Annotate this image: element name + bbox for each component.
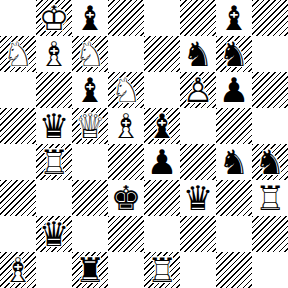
white-bishop-piece: ♗ <box>108 108 144 144</box>
black-knight-piece-backing: ♞ <box>216 36 252 72</box>
black-rook-piece: ♜ <box>72 252 108 288</box>
black-bishop-piece-backing: ♝ <box>144 108 180 144</box>
square-d1[interactable] <box>108 252 144 288</box>
square-e1[interactable]: ♜♖ <box>144 252 180 288</box>
square-e3[interactable] <box>144 180 180 216</box>
square-g6[interactable]: ♟♟ <box>216 72 252 108</box>
square-h5[interactable] <box>252 108 288 144</box>
square-e2[interactable] <box>144 216 180 252</box>
square-d4[interactable] <box>108 144 144 180</box>
square-d8[interactable] <box>108 0 144 36</box>
square-f3[interactable]: ♛♛ <box>180 180 216 216</box>
white-bishop-piece-backing: ♝ <box>108 108 144 144</box>
square-c2[interactable] <box>72 216 108 252</box>
black-knight-piece-backing: ♞ <box>216 144 252 180</box>
square-c6[interactable]: ♝♝ <box>72 72 108 108</box>
black-king-piece: ♚ <box>108 180 144 216</box>
square-g7[interactable]: ♞♞ <box>216 36 252 72</box>
square-f8[interactable] <box>180 0 216 36</box>
black-queen-piece-backing: ♛ <box>36 108 72 144</box>
square-c1[interactable]: ♜♜ <box>72 252 108 288</box>
square-h7[interactable] <box>252 36 288 72</box>
black-pawn-piece-backing: ♟ <box>216 72 252 108</box>
white-knight-piece-backing: ♞ <box>108 72 144 108</box>
white-bishop-piece: ♗ <box>36 36 72 72</box>
square-b8[interactable]: ♚♔ <box>36 0 72 36</box>
square-b4[interactable]: ♜♖ <box>36 144 72 180</box>
white-king-piece: ♔ <box>36 0 72 36</box>
square-a4[interactable] <box>0 144 36 180</box>
square-g2[interactable] <box>216 216 252 252</box>
black-bishop-piece-backing: ♝ <box>72 72 108 108</box>
white-knight-piece: ♘ <box>72 36 108 72</box>
square-g1[interactable] <box>216 252 252 288</box>
square-e6[interactable] <box>144 72 180 108</box>
black-pawn-piece-backing: ♟ <box>144 144 180 180</box>
white-knight-piece: ♘ <box>0 36 36 72</box>
square-a3[interactable] <box>0 180 36 216</box>
square-c3[interactable] <box>72 180 108 216</box>
square-h2[interactable] <box>252 216 288 252</box>
square-g8[interactable]: ♝♝ <box>216 0 252 36</box>
white-queen-piece-backing: ♛ <box>72 108 108 144</box>
white-pawn-piece: ♙ <box>180 72 216 108</box>
square-d6[interactable]: ♞♘ <box>108 72 144 108</box>
black-knight-piece: ♞ <box>180 36 216 72</box>
black-queen-piece-backing: ♛ <box>180 180 216 216</box>
black-king-piece-backing: ♚ <box>108 180 144 216</box>
square-d5[interactable]: ♝♗ <box>108 108 144 144</box>
square-b6[interactable] <box>36 72 72 108</box>
square-a2[interactable] <box>0 216 36 252</box>
square-h3[interactable]: ♜♖ <box>252 180 288 216</box>
square-h8[interactable] <box>252 0 288 36</box>
black-bishop-piece-backing: ♝ <box>72 0 108 36</box>
black-bishop-piece: ♝ <box>72 72 108 108</box>
square-b7[interactable]: ♝♗ <box>36 36 72 72</box>
square-a7[interactable]: ♞♘ <box>0 36 36 72</box>
white-knight-piece-backing: ♞ <box>72 36 108 72</box>
white-rook-piece: ♖ <box>144 252 180 288</box>
white-knight-piece-backing: ♞ <box>0 36 36 72</box>
square-h6[interactable] <box>252 72 288 108</box>
square-a1[interactable]: ♝♗ <box>0 252 36 288</box>
white-king-piece-backing: ♚ <box>36 0 72 36</box>
black-knight-piece: ♞ <box>216 36 252 72</box>
square-d7[interactable] <box>108 36 144 72</box>
square-c5[interactable]: ♛♕ <box>72 108 108 144</box>
white-rook-piece-backing: ♜ <box>36 144 72 180</box>
white-knight-piece: ♘ <box>108 72 144 108</box>
square-e4[interactable]: ♟♟ <box>144 144 180 180</box>
square-c4[interactable] <box>72 144 108 180</box>
white-bishop-piece-backing: ♝ <box>0 252 36 288</box>
square-f7[interactable]: ♞♞ <box>180 36 216 72</box>
black-pawn-piece: ♟ <box>144 144 180 180</box>
square-a5[interactable] <box>0 108 36 144</box>
square-d3[interactable]: ♚♚ <box>108 180 144 216</box>
square-a6[interactable] <box>0 72 36 108</box>
white-rook-piece-backing: ♜ <box>252 180 288 216</box>
black-queen-piece: ♛ <box>36 216 72 252</box>
black-rook-piece-backing: ♜ <box>72 252 108 288</box>
square-e5[interactable]: ♝♝ <box>144 108 180 144</box>
square-e8[interactable] <box>144 0 180 36</box>
white-rook-piece: ♖ <box>36 144 72 180</box>
chess-board: ♚♔♝♝♝♝♞♘♝♗♞♘♞♞♞♞♝♝♞♘♟♙♟♟♛♛♛♕♝♗♝♝♜♖♟♟♞♞♞♞… <box>0 0 288 288</box>
black-knight-piece-backing: ♞ <box>180 36 216 72</box>
white-bishop-piece: ♗ <box>0 252 36 288</box>
square-b1[interactable] <box>36 252 72 288</box>
black-queen-piece-backing: ♛ <box>36 216 72 252</box>
square-b2[interactable]: ♛♛ <box>36 216 72 252</box>
square-b3[interactable] <box>36 180 72 216</box>
square-a8[interactable] <box>0 0 36 36</box>
white-pawn-piece-backing: ♟ <box>180 72 216 108</box>
black-queen-piece: ♛ <box>36 108 72 144</box>
square-e7[interactable] <box>144 36 180 72</box>
black-bishop-piece: ♝ <box>144 108 180 144</box>
white-queen-piece: ♕ <box>72 108 108 144</box>
black-pawn-piece: ♟ <box>216 72 252 108</box>
square-f4[interactable] <box>180 144 216 180</box>
square-f5[interactable] <box>180 108 216 144</box>
square-f2[interactable] <box>180 216 216 252</box>
square-c7[interactable]: ♞♘ <box>72 36 108 72</box>
black-queen-piece: ♛ <box>180 180 216 216</box>
black-bishop-piece: ♝ <box>72 0 108 36</box>
white-rook-piece-backing: ♜ <box>144 252 180 288</box>
square-f1[interactable] <box>180 252 216 288</box>
black-knight-piece-backing: ♞ <box>252 144 288 180</box>
black-knight-piece: ♞ <box>216 144 252 180</box>
white-rook-piece: ♖ <box>252 180 288 216</box>
square-g4[interactable]: ♞♞ <box>216 144 252 180</box>
black-knight-piece: ♞ <box>252 144 288 180</box>
square-d2[interactable] <box>108 216 144 252</box>
square-b5[interactable]: ♛♛ <box>36 108 72 144</box>
square-h1[interactable] <box>252 252 288 288</box>
square-h4[interactable]: ♞♞ <box>252 144 288 180</box>
square-g3[interactable] <box>216 180 252 216</box>
square-f6[interactable]: ♟♙ <box>180 72 216 108</box>
white-bishop-piece-backing: ♝ <box>36 36 72 72</box>
black-bishop-piece: ♝ <box>216 0 252 36</box>
square-g5[interactable] <box>216 108 252 144</box>
black-bishop-piece-backing: ♝ <box>216 0 252 36</box>
square-c8[interactable]: ♝♝ <box>72 0 108 36</box>
